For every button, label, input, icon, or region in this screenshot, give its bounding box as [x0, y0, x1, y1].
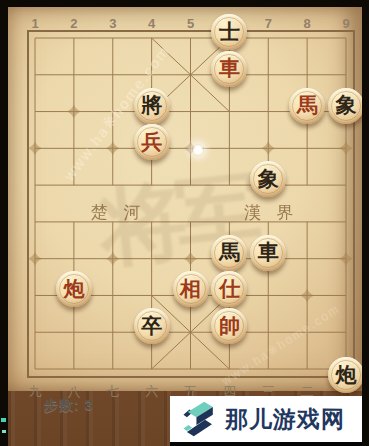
- piece-glyph: 車: [219, 57, 240, 78]
- piece-glyph: 將: [141, 94, 162, 115]
- move-counter-label: 步数:: [44, 397, 80, 413]
- coord-bottom-4: 六: [141, 383, 163, 401]
- piece-black-車[interactable]: 車: [250, 235, 286, 271]
- video-artifact: [1, 418, 6, 422]
- coord-top-7: 7: [257, 16, 279, 31]
- piece-glyph: 兵: [141, 131, 162, 152]
- top-letterbox-bar: [0, 0, 369, 7]
- piece-red-車[interactable]: 車: [211, 51, 247, 87]
- piece-black-象[interactable]: 象: [328, 88, 364, 124]
- video-artifact: [2, 430, 6, 433]
- piece-glyph: 卒: [141, 315, 162, 336]
- piece-glyph: 帥: [219, 315, 240, 336]
- piece-glyph: 炮: [63, 278, 84, 299]
- move-counter-value: 3: [85, 397, 94, 413]
- piece-glyph: 馬: [219, 241, 240, 262]
- piece-glyph: 馬: [297, 94, 318, 115]
- coord-top-2: 2: [63, 16, 85, 31]
- coord-top-1: 1: [24, 16, 46, 31]
- piece-glyph: 仕: [219, 278, 240, 299]
- left-letterbox-bar: [0, 0, 8, 446]
- piece-black-將[interactable]: 將: [134, 88, 170, 124]
- xiangqi-board[interactable]: 将军 123456789 九八七六五四三二一 楚 河 漢 界 士車將馬象兵象馬車…: [8, 7, 362, 391]
- coord-top-5: 5: [180, 16, 202, 31]
- piece-glyph: 炮: [336, 364, 357, 385]
- last-move-indicator: [192, 144, 204, 156]
- coord-top-3: 3: [102, 16, 124, 31]
- coord-top-4: 4: [141, 16, 163, 31]
- piece-black-卒[interactable]: 卒: [134, 308, 170, 344]
- river-label-left: 楚 河: [63, 201, 173, 224]
- coord-top-8: 8: [296, 16, 318, 31]
- move-counter: 步数: 3: [44, 397, 93, 415]
- xiangqi-app-screenshot: 将军 123456789 九八七六五四三二一 楚 河 漢 界 士車將馬象兵象馬車…: [0, 0, 369, 446]
- piece-red-馬[interactable]: 馬: [289, 88, 325, 124]
- piece-black-馬[interactable]: 馬: [211, 235, 247, 271]
- coord-bottom-3: 七: [102, 383, 124, 401]
- watermark-logo: 那儿游戏网: [170, 396, 362, 446]
- piece-glyph: 象: [336, 94, 357, 115]
- coord-top-9: 9: [335, 16, 357, 31]
- site-logo-text: 那儿游戏网: [225, 404, 345, 435]
- site-logo-icon: [180, 399, 218, 439]
- river-label-right: 漢 界: [216, 201, 326, 224]
- piece-glyph: 車: [258, 241, 279, 262]
- coord-bottom-1: 九: [24, 383, 46, 401]
- piece-red-相[interactable]: 相: [173, 271, 209, 307]
- piece-glyph: 士: [219, 21, 240, 42]
- piece-red-兵[interactable]: 兵: [134, 124, 170, 160]
- right-letterbox-bar: [362, 0, 369, 446]
- piece-black-炮[interactable]: 炮: [328, 357, 364, 393]
- piece-glyph: 相: [180, 278, 201, 299]
- piece-glyph: 象: [258, 168, 279, 189]
